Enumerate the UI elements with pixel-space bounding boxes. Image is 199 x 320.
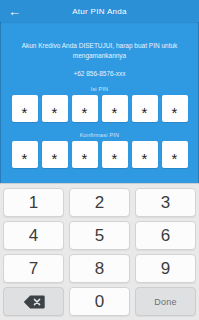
pin-entry-digit-1[interactable]: * bbox=[12, 95, 38, 122]
numeric-keypad: 1 2 3 4 5 6 7 8 9 0 Done bbox=[0, 183, 199, 320]
pin-confirm-row: * * * * * * bbox=[0, 141, 199, 168]
key-2[interactable]: 2 bbox=[69, 188, 130, 217]
pin-entry-label: Isi PIN bbox=[0, 86, 199, 92]
key-5[interactable]: 5 bbox=[69, 221, 130, 250]
backspace-key[interactable] bbox=[3, 287, 64, 316]
pin-entry-digit-4[interactable]: * bbox=[102, 95, 128, 122]
key-4[interactable]: 4 bbox=[3, 221, 64, 250]
pin-setup-screen: ← Atur PIN Anda Akun Kredivo Anda DISETU… bbox=[0, 0, 199, 320]
pin-entry-digit-3[interactable]: * bbox=[72, 95, 98, 122]
pin-confirm-digit-2[interactable]: * bbox=[42, 141, 68, 168]
pin-confirm-digit-5[interactable]: * bbox=[132, 141, 158, 168]
key-7[interactable]: 7 bbox=[3, 254, 64, 283]
pin-entry-digit-5[interactable]: * bbox=[132, 95, 158, 122]
pin-confirm-digit-3[interactable]: * bbox=[72, 141, 98, 168]
pin-entry-row: * * * * * * bbox=[0, 95, 199, 122]
back-arrow-icon: ← bbox=[8, 4, 21, 19]
key-3[interactable]: 3 bbox=[135, 188, 196, 217]
pin-entry-digit-2[interactable]: * bbox=[42, 95, 68, 122]
pin-confirm-digit-4[interactable]: * bbox=[102, 141, 128, 168]
back-button[interactable]: ← bbox=[8, 5, 21, 18]
key-8[interactable]: 8 bbox=[69, 254, 130, 283]
pin-confirm-digit-1[interactable]: * bbox=[12, 141, 38, 168]
pin-confirm-label: Konfirmasi PIN bbox=[0, 132, 199, 138]
key-9[interactable]: 9 bbox=[135, 254, 196, 283]
phone-number: +62 856-8576-xxx bbox=[0, 70, 199, 77]
key-0[interactable]: 0 bbox=[69, 287, 130, 316]
key-6[interactable]: 6 bbox=[135, 221, 196, 250]
pin-confirm-digit-6[interactable]: * bbox=[162, 141, 188, 168]
app-header: ← Atur PIN Anda bbox=[0, 0, 199, 22]
key-1[interactable]: 1 bbox=[3, 188, 64, 217]
done-key[interactable]: Done bbox=[135, 287, 196, 316]
backspace-icon bbox=[23, 295, 45, 309]
pin-entry-digit-6[interactable]: * bbox=[162, 95, 188, 122]
page-title: Atur PIN Anda bbox=[0, 7, 199, 16]
approval-message: Akun Kredivo Anda DISETUJUI, harap buat … bbox=[14, 41, 186, 62]
